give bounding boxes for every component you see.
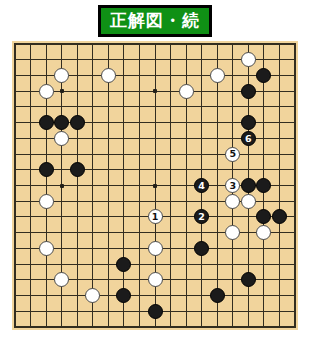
white-stone — [225, 194, 240, 209]
move-6-black-stone: 6 — [241, 131, 256, 146]
white-stone — [101, 68, 116, 83]
black-stone — [210, 288, 225, 303]
white-stone — [54, 68, 69, 83]
black-stone — [39, 115, 54, 130]
move-1-white-stone: 1 — [148, 209, 163, 224]
black-stone — [194, 241, 209, 256]
white-stone — [39, 241, 54, 256]
white-stone — [179, 84, 194, 99]
white-stone — [148, 272, 163, 287]
move-3-white-stone: 3 — [225, 178, 240, 193]
move-4-black-stone: 4 — [194, 178, 209, 193]
white-stone — [39, 194, 54, 209]
grid-line-vertical — [294, 43, 296, 328]
grid-line-vertical — [170, 43, 171, 328]
grid-line-horizontal — [14, 264, 296, 265]
black-stone — [272, 209, 287, 224]
move-2-black-stone: 2 — [194, 209, 209, 224]
grid-line-horizontal — [14, 232, 296, 233]
star-point — [60, 89, 64, 93]
black-stone — [70, 162, 85, 177]
grid-line-horizontal — [14, 326, 296, 328]
black-stone — [241, 272, 256, 287]
white-stone — [148, 241, 163, 256]
grid-line-horizontal — [14, 295, 296, 296]
page: 正解図・続 123456 — [0, 0, 310, 348]
star-point — [153, 89, 157, 93]
black-stone — [116, 288, 131, 303]
black-stone — [54, 115, 69, 130]
black-stone — [256, 209, 271, 224]
black-stone — [241, 178, 256, 193]
black-stone — [39, 162, 54, 177]
star-point — [153, 184, 157, 188]
white-stone — [85, 288, 100, 303]
white-stone — [39, 84, 54, 99]
grid-line-vertical — [279, 43, 280, 328]
black-stone — [70, 115, 85, 130]
black-stone — [256, 68, 271, 83]
white-stone — [54, 131, 69, 146]
go-board: 123456 — [12, 41, 298, 330]
black-stone — [116, 257, 131, 272]
black-stone — [241, 115, 256, 130]
white-stone — [256, 225, 271, 240]
black-stone — [256, 178, 271, 193]
white-stone — [225, 225, 240, 240]
white-stone — [210, 68, 225, 83]
move-5-white-stone: 5 — [225, 147, 240, 162]
white-stone — [54, 272, 69, 287]
white-stone — [241, 52, 256, 67]
grid-line-vertical — [217, 43, 218, 328]
star-point — [60, 184, 64, 188]
black-stone — [148, 304, 163, 319]
black-stone — [241, 84, 256, 99]
diagram-title: 正解図・続 — [98, 5, 212, 37]
white-stone — [241, 194, 256, 209]
